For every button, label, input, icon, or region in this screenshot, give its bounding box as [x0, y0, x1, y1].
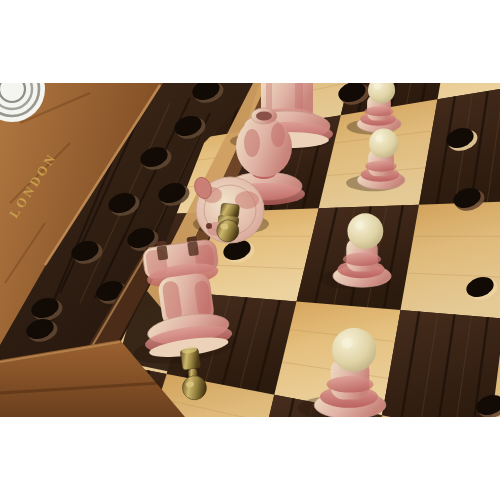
photo-chess-set: LONDON: [0, 83, 500, 417]
letterbox-bottom: [0, 417, 500, 500]
chess-board-photo-svg: LONDON: [0, 83, 500, 417]
letterbox-top: [0, 0, 500, 83]
screenshot: LONDON: [0, 0, 500, 500]
